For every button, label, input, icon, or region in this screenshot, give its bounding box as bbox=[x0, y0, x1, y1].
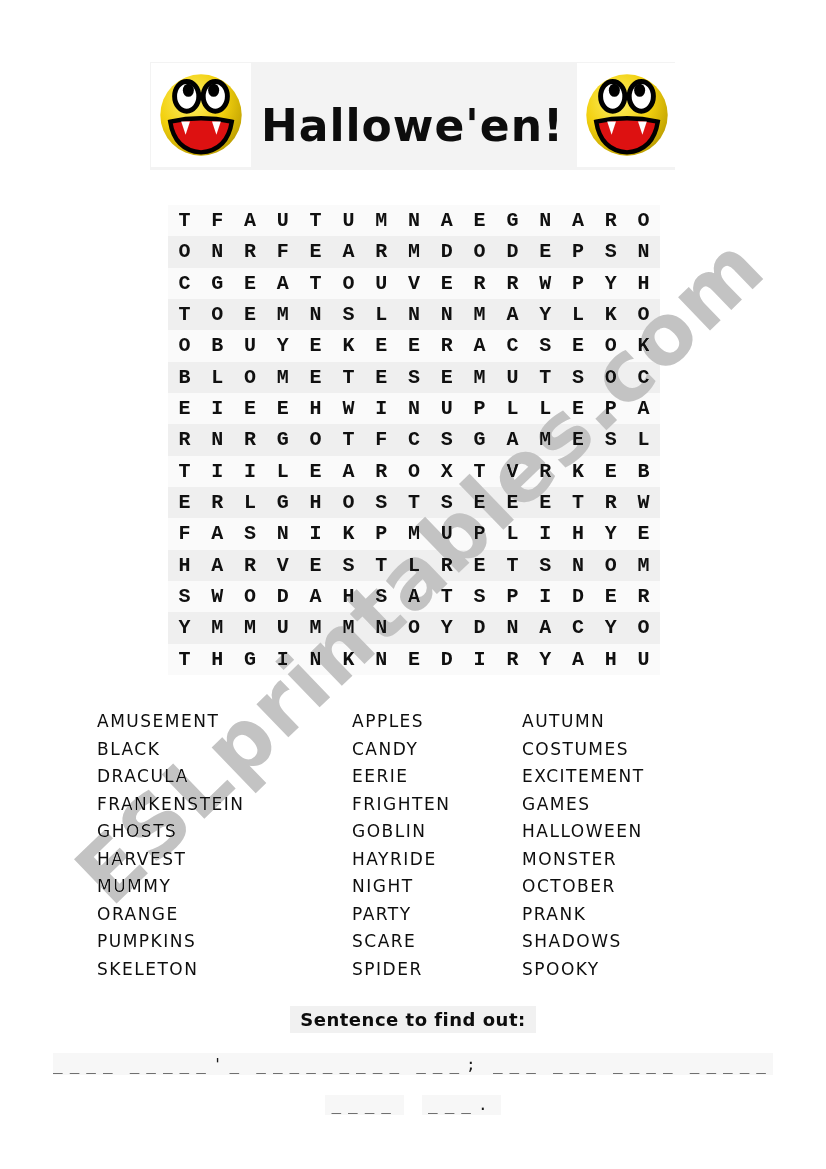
word-list-item: APPLES bbox=[352, 708, 450, 736]
grid-cell[interactable]: I bbox=[529, 518, 562, 549]
grid-cell[interactable]: D bbox=[496, 236, 529, 267]
grid-cell[interactable]: D bbox=[430, 644, 463, 675]
answer-blank-group: ___. bbox=[422, 1095, 501, 1115]
grid-cell[interactable]: B bbox=[168, 362, 201, 393]
grid-cell[interactable]: M bbox=[266, 362, 299, 393]
grid-cell[interactable]: O bbox=[627, 299, 660, 330]
grid-cell[interactable]: H bbox=[594, 644, 627, 675]
grid-cell[interactable]: R bbox=[594, 487, 627, 518]
grid-cell[interactable]: A bbox=[266, 268, 299, 299]
grid-cell[interactable]: L bbox=[562, 299, 595, 330]
grid-cell[interactable]: F bbox=[266, 236, 299, 267]
grid-cell[interactable]: E bbox=[562, 393, 595, 424]
grid-cell[interactable]: L bbox=[496, 518, 529, 549]
word-list-item: SHADOWS bbox=[522, 928, 645, 956]
grid-cell[interactable]: E bbox=[234, 299, 267, 330]
grid-cell[interactable]: E bbox=[562, 330, 595, 361]
grid-cell[interactable]: S bbox=[562, 362, 595, 393]
grid-cell[interactable]: T bbox=[463, 456, 496, 487]
grid-cell[interactable]: N bbox=[299, 299, 332, 330]
word-column-3: AUTUMNCOSTUMESEXCITEMENTGAMESHALLOWEENMO… bbox=[522, 708, 645, 983]
grid-cell[interactable]: W bbox=[201, 581, 234, 612]
grid-cell[interactable]: E bbox=[398, 330, 431, 361]
word-list-item: GAMES bbox=[522, 791, 645, 819]
grid-cell[interactable]: S bbox=[430, 487, 463, 518]
grid-cell[interactable]: L bbox=[496, 393, 529, 424]
grid-cell[interactable]: A bbox=[201, 550, 234, 581]
grid-cell[interactable]: N bbox=[627, 236, 660, 267]
grid-cell[interactable]: P bbox=[562, 236, 595, 267]
grid-cell[interactable]: E bbox=[594, 581, 627, 612]
grid-cell[interactable]: S bbox=[168, 581, 201, 612]
grid-cell[interactable]: L bbox=[529, 393, 562, 424]
grid-cell[interactable]: H bbox=[332, 581, 365, 612]
grid-cell[interactable]: S bbox=[430, 424, 463, 455]
word-column-1: AMUSEMENTBLACKDRACULAFRANKENSTEINGHOSTSH… bbox=[97, 708, 245, 983]
word-list-item: HALLOWEEN bbox=[522, 818, 645, 846]
grid-cell[interactable]: A bbox=[627, 393, 660, 424]
grid-cell[interactable]: M bbox=[365, 205, 398, 236]
grid-cell[interactable]: G bbox=[234, 644, 267, 675]
grid-cell[interactable]: D bbox=[562, 581, 595, 612]
grid-cell[interactable]: N bbox=[365, 612, 398, 643]
grid-cell[interactable]: T bbox=[299, 268, 332, 299]
word-list-item: BLACK bbox=[97, 736, 245, 764]
grid-cell[interactable]: F bbox=[365, 424, 398, 455]
grid-cell[interactable]: R bbox=[496, 644, 529, 675]
word-list-item: DRACULA bbox=[97, 763, 245, 791]
answer-blank-group: _________ bbox=[256, 1055, 406, 1075]
grid-cell[interactable]: N bbox=[398, 205, 431, 236]
grid-cell[interactable]: I bbox=[234, 456, 267, 487]
grid-cell[interactable]: M bbox=[398, 518, 431, 549]
grid-cell[interactable]: Y bbox=[168, 612, 201, 643]
grid-cell[interactable]: N bbox=[496, 612, 529, 643]
grid-cell[interactable]: F bbox=[201, 205, 234, 236]
grid-cell[interactable]: E bbox=[365, 330, 398, 361]
grid-cell[interactable]: I bbox=[463, 644, 496, 675]
grid-cell[interactable]: R bbox=[365, 456, 398, 487]
grid-cell[interactable]: H bbox=[299, 393, 332, 424]
grid-cell[interactable]: U bbox=[332, 205, 365, 236]
grid-cell[interactable]: O bbox=[398, 612, 431, 643]
word-list-item: EERIE bbox=[352, 763, 450, 791]
answer-blank-group: ____ bbox=[325, 1095, 404, 1115]
word-list-item: AMUSEMENT bbox=[97, 708, 245, 736]
grid-cell[interactable]: N bbox=[430, 299, 463, 330]
answer-blanks-line-1: _________'_____________;_______________ bbox=[53, 1053, 773, 1075]
grid-cell[interactable]: R bbox=[627, 581, 660, 612]
grid-cell[interactable]: W bbox=[332, 393, 365, 424]
grid-cell[interactable]: T bbox=[562, 487, 595, 518]
grid-cell[interactable]: S bbox=[332, 299, 365, 330]
grid-cell[interactable]: U bbox=[365, 268, 398, 299]
grid-cell[interactable]: N bbox=[201, 236, 234, 267]
grid-cell[interactable]: C bbox=[398, 424, 431, 455]
grid-cell[interactable]: E bbox=[299, 550, 332, 581]
grid-cell[interactable]: G bbox=[463, 424, 496, 455]
grid-cell[interactable]: M bbox=[627, 550, 660, 581]
grid-cell[interactable]: A bbox=[463, 330, 496, 361]
word-list-item: PUMPKINS bbox=[97, 928, 245, 956]
grid-cell[interactable]: P bbox=[562, 268, 595, 299]
grid-cell[interactable]: P bbox=[594, 393, 627, 424]
grid-cell[interactable]: E bbox=[627, 518, 660, 549]
grid-cell[interactable]: A bbox=[201, 518, 234, 549]
grid-cell[interactable]: W bbox=[529, 268, 562, 299]
grid-cell[interactable]: V bbox=[496, 456, 529, 487]
grid-cell[interactable]: N bbox=[398, 393, 431, 424]
grid-cell[interactable]: W bbox=[627, 487, 660, 518]
grid-cell[interactable]: T bbox=[365, 550, 398, 581]
grid-cell[interactable]: U bbox=[266, 205, 299, 236]
grid-cell[interactable]: K bbox=[627, 330, 660, 361]
grid-cell[interactable]: S bbox=[594, 424, 627, 455]
grid-cell[interactable]: A bbox=[562, 205, 595, 236]
grid-cell[interactable]: E bbox=[430, 268, 463, 299]
grid-cell[interactable]: H bbox=[168, 550, 201, 581]
grid-cell[interactable]: Y bbox=[266, 330, 299, 361]
word-list-item: GOBLIN bbox=[352, 818, 450, 846]
grid-cell[interactable]: M bbox=[234, 612, 267, 643]
word-list-item: MUMMY bbox=[97, 873, 245, 901]
grid-cell[interactable]: D bbox=[463, 612, 496, 643]
grid-cell[interactable]: M bbox=[398, 236, 431, 267]
word-list-item: MONSTER bbox=[522, 846, 645, 874]
grid-cell[interactable]: A bbox=[332, 236, 365, 267]
grid-cell[interactable]: A bbox=[398, 581, 431, 612]
grid-cell[interactable]: E bbox=[463, 205, 496, 236]
grid-cell[interactable]: U bbox=[266, 612, 299, 643]
grid-cell[interactable]: E bbox=[168, 487, 201, 518]
answer-blank-group: ____ bbox=[53, 1055, 120, 1075]
answer-blank-group: ___ bbox=[493, 1055, 543, 1075]
grid-cell[interactable]: C bbox=[496, 330, 529, 361]
grid-cell[interactable]: E bbox=[398, 644, 431, 675]
grid-cell[interactable]: V bbox=[266, 550, 299, 581]
grid-cell[interactable]: E bbox=[234, 393, 267, 424]
grid-cell[interactable]: I bbox=[299, 518, 332, 549]
grid-cell[interactable]: C bbox=[562, 612, 595, 643]
answer-blanks-line-2: _______. bbox=[0, 1093, 826, 1115]
word-list-item: OCTOBER bbox=[522, 873, 645, 901]
grid-cell[interactable]: E bbox=[562, 424, 595, 455]
grid-cell[interactable]: G bbox=[496, 205, 529, 236]
grid-cell[interactable]: K bbox=[332, 330, 365, 361]
grid-cell[interactable]: M bbox=[529, 424, 562, 455]
grid-cell[interactable]: L bbox=[266, 456, 299, 487]
word-list-item: CANDY bbox=[352, 736, 450, 764]
sentence-heading-wrap: Sentence to find out: bbox=[0, 1006, 826, 1033]
answer-blank-group: _____'_ bbox=[130, 1055, 246, 1075]
grid-cell[interactable]: S bbox=[365, 487, 398, 518]
grid-cell[interactable]: Y bbox=[529, 644, 562, 675]
grid-cell[interactable]: E bbox=[529, 487, 562, 518]
grid-cell[interactable]: O bbox=[332, 268, 365, 299]
grid-cell[interactable]: R bbox=[201, 487, 234, 518]
grid-cell[interactable]: S bbox=[398, 362, 431, 393]
grid-cell[interactable]: N bbox=[266, 518, 299, 549]
grid-cell[interactable]: S bbox=[365, 581, 398, 612]
grid-cell[interactable]: A bbox=[562, 644, 595, 675]
grid-cell[interactable]: L bbox=[201, 362, 234, 393]
grid-cell[interactable]: A bbox=[496, 424, 529, 455]
grid-cell[interactable]: T bbox=[529, 362, 562, 393]
word-list-item: GHOSTS bbox=[97, 818, 245, 846]
word-list-item: COSTUMES bbox=[522, 736, 645, 764]
grid-cell[interactable]: T bbox=[168, 205, 201, 236]
grid-cell[interactable]: U bbox=[496, 362, 529, 393]
grid-cell[interactable]: R bbox=[594, 205, 627, 236]
word-list-item: PARTY bbox=[352, 901, 450, 929]
grid-cell[interactable]: U bbox=[234, 330, 267, 361]
grid-cell[interactable]: C bbox=[168, 268, 201, 299]
grid-cell[interactable]: I bbox=[529, 581, 562, 612]
grid-cell[interactable]: L bbox=[365, 299, 398, 330]
grid-cell[interactable]: B bbox=[627, 456, 660, 487]
grid-cell[interactable]: O bbox=[594, 550, 627, 581]
grid-cell[interactable]: H bbox=[299, 487, 332, 518]
grid-cell[interactable]: M bbox=[463, 362, 496, 393]
grid-cell[interactable]: R bbox=[234, 424, 267, 455]
grid-cell[interactable]: T bbox=[168, 299, 201, 330]
word-list-item: HAYRIDE bbox=[352, 846, 450, 874]
grid-cell[interactable]: N bbox=[398, 299, 431, 330]
vampire-smiley-icon bbox=[577, 63, 677, 167]
grid-cell[interactable]: L bbox=[627, 424, 660, 455]
grid-cell[interactable]: U bbox=[430, 393, 463, 424]
word-list-item: AUTUMN bbox=[522, 708, 645, 736]
grid-cell[interactable]: P bbox=[463, 518, 496, 549]
grid-cell[interactable]: D bbox=[430, 236, 463, 267]
grid-cell[interactable]: K bbox=[332, 518, 365, 549]
grid-cell[interactable]: E bbox=[266, 393, 299, 424]
word-list-item: ORANGE bbox=[97, 901, 245, 929]
grid-cell[interactable]: E bbox=[463, 487, 496, 518]
grid-cell[interactable]: Y bbox=[529, 299, 562, 330]
grid-cell[interactable]: E bbox=[299, 456, 332, 487]
word-column-2: APPLESCANDYEERIEFRIGHTENGOBLINHAYRIDENIG… bbox=[352, 708, 450, 983]
grid-cell[interactable]: I bbox=[201, 393, 234, 424]
grid-cell[interactable]: T bbox=[332, 362, 365, 393]
grid-cell[interactable]: A bbox=[496, 299, 529, 330]
word-list-item: FRIGHTEN bbox=[352, 791, 450, 819]
grid-cell[interactable]: O bbox=[168, 236, 201, 267]
grid-cell[interactable]: N bbox=[365, 644, 398, 675]
grid-cell[interactable]: N bbox=[529, 205, 562, 236]
grid-cell[interactable]: N bbox=[201, 424, 234, 455]
grid-cell[interactable]: A bbox=[332, 456, 365, 487]
grid-cell[interactable]: A bbox=[299, 581, 332, 612]
grid-cell[interactable]: A bbox=[234, 205, 267, 236]
grid-cell[interactable]: O bbox=[594, 330, 627, 361]
word-list-item: PRANK bbox=[522, 901, 645, 929]
grid-cell[interactable]: O bbox=[234, 362, 267, 393]
grid-cell[interactable]: P bbox=[365, 518, 398, 549]
grid-cell[interactable]: O bbox=[299, 424, 332, 455]
grid-cell[interactable]: O bbox=[168, 330, 201, 361]
grid-cell[interactable]: H bbox=[201, 644, 234, 675]
grid-cell[interactable]: O bbox=[627, 205, 660, 236]
grid-cell[interactable]: G bbox=[201, 268, 234, 299]
grid-cell[interactable]: T bbox=[168, 644, 201, 675]
sentence-heading: Sentence to find out: bbox=[290, 1006, 535, 1033]
grid-cell[interactable]: R bbox=[430, 550, 463, 581]
grid-cell[interactable]: U bbox=[627, 644, 660, 675]
grid-cell[interactable]: M bbox=[299, 612, 332, 643]
word-list-item: SPIDER bbox=[352, 956, 450, 984]
grid-cell[interactable]: K bbox=[562, 456, 595, 487]
grid-cell[interactable]: D bbox=[266, 581, 299, 612]
grid-cell[interactable]: E bbox=[299, 330, 332, 361]
word-list-item: NIGHT bbox=[352, 873, 450, 901]
grid-cell[interactable]: E bbox=[365, 362, 398, 393]
grid-cell[interactable]: O bbox=[332, 487, 365, 518]
grid-cell[interactable]: O bbox=[201, 299, 234, 330]
grid-cell[interactable]: Y bbox=[594, 612, 627, 643]
grid-cell[interactable]: E bbox=[529, 236, 562, 267]
grid-cell[interactable]: A bbox=[430, 205, 463, 236]
grid-cell[interactable]: U bbox=[430, 518, 463, 549]
grid-cell[interactable]: E bbox=[299, 236, 332, 267]
answer-blank-group: ___; bbox=[416, 1055, 483, 1075]
word-list-item: SCARE bbox=[352, 928, 450, 956]
grid-cell[interactable]: R bbox=[529, 456, 562, 487]
grid-cell[interactable]: I bbox=[201, 456, 234, 487]
grid-cell[interactable]: Y bbox=[594, 268, 627, 299]
grid-cell[interactable]: M bbox=[266, 299, 299, 330]
word-list-item: HARVEST bbox=[97, 846, 245, 874]
grid-cell[interactable]: V bbox=[398, 268, 431, 299]
grid-cell[interactable]: E bbox=[463, 550, 496, 581]
grid-cell[interactable]: T bbox=[332, 424, 365, 455]
grid-cell[interactable]: R bbox=[463, 268, 496, 299]
grid-cell[interactable]: I bbox=[266, 644, 299, 675]
grid-cell[interactable]: A bbox=[529, 612, 562, 643]
grid-cell[interactable]: R bbox=[496, 268, 529, 299]
grid-cell[interactable]: G bbox=[266, 424, 299, 455]
grid-cell[interactable]: B bbox=[201, 330, 234, 361]
grid-cell[interactable]: T bbox=[430, 581, 463, 612]
grid-cell[interactable]: S bbox=[463, 581, 496, 612]
grid-cell[interactable]: R bbox=[234, 236, 267, 267]
grid-cell[interactable]: O bbox=[463, 236, 496, 267]
grid-cell[interactable]: R bbox=[234, 550, 267, 581]
grid-cell[interactable]: E bbox=[496, 487, 529, 518]
grid-cell[interactable]: G bbox=[266, 487, 299, 518]
grid-cell[interactable]: E bbox=[234, 268, 267, 299]
grid-cell[interactable]: O bbox=[627, 612, 660, 643]
grid-cell[interactable]: L bbox=[398, 550, 431, 581]
grid-cell[interactable]: S bbox=[594, 236, 627, 267]
grid-cell[interactable]: L bbox=[234, 487, 267, 518]
answer-blank-group: ____ bbox=[613, 1055, 680, 1075]
grid-cell[interactable]: T bbox=[496, 550, 529, 581]
answer-blank-group: ___ bbox=[553, 1055, 603, 1075]
grid-cell[interactable]: M bbox=[463, 299, 496, 330]
grid-cell[interactable]: P bbox=[496, 581, 529, 612]
word-search-grid: TFAUTUMNAEGNAROONRFEARMDODEPSNCGEATOUVER… bbox=[168, 205, 660, 675]
grid-cell[interactable]: E bbox=[430, 362, 463, 393]
grid-cell[interactable]: R bbox=[430, 330, 463, 361]
grid-cell[interactable]: O bbox=[234, 581, 267, 612]
grid-cell[interactable]: H bbox=[627, 268, 660, 299]
answer-blank-group: _____ bbox=[690, 1055, 773, 1075]
grid-cell[interactable]: O bbox=[398, 456, 431, 487]
grid-cell[interactable]: T bbox=[299, 205, 332, 236]
grid-cell[interactable]: O bbox=[594, 362, 627, 393]
grid-cell[interactable]: H bbox=[562, 518, 595, 549]
grid-cell[interactable]: R bbox=[365, 236, 398, 267]
word-list-item: EXCITEMENT bbox=[522, 763, 645, 791]
grid-cell[interactable]: Y bbox=[594, 518, 627, 549]
grid-cell[interactable]: R bbox=[168, 424, 201, 455]
grid-cell[interactable]: E bbox=[299, 362, 332, 393]
word-list-item: SKELETON bbox=[97, 956, 245, 984]
grid-cell[interactable]: I bbox=[365, 393, 398, 424]
grid-cell[interactable]: X bbox=[430, 456, 463, 487]
grid-cell[interactable]: P bbox=[463, 393, 496, 424]
grid-cell[interactable]: M bbox=[201, 612, 234, 643]
grid-cell[interactable]: N bbox=[299, 644, 332, 675]
grid-cell[interactable]: S bbox=[234, 518, 267, 549]
grid-cell[interactable]: Y bbox=[430, 612, 463, 643]
word-list-item: SPOOKY bbox=[522, 956, 645, 984]
grid-cell[interactable]: S bbox=[332, 550, 365, 581]
grid-cell[interactable]: N bbox=[562, 550, 595, 581]
grid-cell[interactable]: K bbox=[332, 644, 365, 675]
grid-cell[interactable]: C bbox=[627, 362, 660, 393]
grid-cell[interactable]: F bbox=[168, 518, 201, 549]
word-list-item: FRANKENSTEIN bbox=[97, 791, 245, 819]
grid-cell[interactable]: M bbox=[332, 612, 365, 643]
grid-cell[interactable]: E bbox=[594, 456, 627, 487]
grid-cell[interactable]: S bbox=[529, 330, 562, 361]
grid-cell[interactable]: S bbox=[529, 550, 562, 581]
grid-cell[interactable]: T bbox=[168, 456, 201, 487]
grid-cell[interactable]: K bbox=[594, 299, 627, 330]
grid-cell[interactable]: E bbox=[168, 393, 201, 424]
grid-cell[interactable]: T bbox=[398, 487, 431, 518]
